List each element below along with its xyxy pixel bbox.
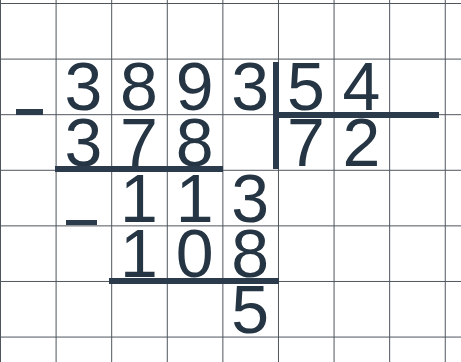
division-bracket-horizontal <box>273 112 439 118</box>
subtraction-underline-378 <box>55 166 223 172</box>
subtraction-underline-108 <box>109 278 279 284</box>
subtrahend1-digit-1: 3 <box>56 114 112 170</box>
graph-paper-sheet: 389354378721131085 <box>0 0 461 362</box>
subtrahend2-digit-1: 1 <box>111 225 167 281</box>
subtrahend2-digit-2: 0 <box>167 225 223 281</box>
minus-sign-first-subtraction <box>16 109 43 115</box>
quotient-digit-2: 2 <box>334 114 390 170</box>
dividend-digit-4: 3 <box>222 59 278 115</box>
quotient-digit-1: 7 <box>278 114 334 170</box>
final-remainder-digit: 5 <box>222 281 278 337</box>
long-division-layer: 389354378721131085 <box>0 0 461 362</box>
minus-sign-second-subtraction <box>66 220 97 226</box>
